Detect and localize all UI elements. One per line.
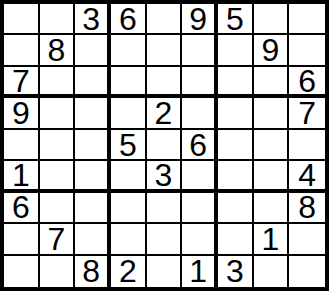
given-digit: 9: [12, 98, 30, 129]
given-digit: 7: [298, 98, 316, 129]
cell-r8c4[interactable]: [111, 224, 147, 255]
given-digit: 7: [48, 224, 66, 255]
cell-r7c8[interactable]: [254, 193, 290, 224]
given-digit: 2: [119, 256, 137, 287]
cell-r3c5[interactable]: [147, 67, 183, 98]
cell-r8c2[interactable]: 7: [40, 224, 76, 255]
given-digit: 8: [82, 256, 100, 287]
cell-r6c6[interactable]: [182, 161, 218, 192]
given-digit: 5: [226, 4, 244, 35]
given-digit: 3: [82, 4, 100, 35]
cell-r4c5[interactable]: 2: [147, 98, 183, 129]
cell-r9c5[interactable]: [147, 256, 183, 287]
cell-r7c2[interactable]: [40, 193, 76, 224]
cell-r5c6[interactable]: 6: [182, 130, 218, 161]
cell-r4c1[interactable]: 9: [4, 98, 40, 129]
cell-r5c5[interactable]: [147, 130, 183, 161]
cell-r3c3[interactable]: [75, 67, 111, 98]
given-digit: 2: [155, 98, 173, 129]
given-digit: 7: [12, 67, 30, 97]
cell-r6c4[interactable]: [111, 161, 147, 192]
cell-r8c8[interactable]: 1: [254, 224, 290, 255]
cell-r9c4[interactable]: 2: [111, 256, 147, 287]
cell-r1c6[interactable]: 9: [182, 4, 218, 35]
given-digit: 3: [155, 161, 173, 191]
cell-r1c3[interactable]: 3: [75, 4, 111, 35]
cell-r7c5[interactable]: [147, 193, 183, 224]
cell-r9c3[interactable]: 8: [75, 256, 111, 287]
given-digit: 1: [189, 256, 207, 287]
cell-r2c5[interactable]: [147, 35, 183, 66]
cell-r7c7[interactable]: [218, 193, 254, 224]
cell-r3c7[interactable]: [218, 67, 254, 98]
cell-r9c9[interactable]: [289, 256, 325, 287]
given-digit: 6: [119, 4, 137, 35]
cell-r8c6[interactable]: [182, 224, 218, 255]
cell-r6c7[interactable]: [218, 161, 254, 192]
given-digit: 8: [298, 193, 316, 224]
cell-r2c4[interactable]: [111, 35, 147, 66]
cell-r2c9[interactable]: [289, 35, 325, 66]
cell-r2c8[interactable]: 9: [254, 35, 290, 66]
cell-r4c2[interactable]: [40, 98, 76, 129]
cell-r2c7[interactable]: [218, 35, 254, 66]
cell-r9c7[interactable]: 3: [218, 256, 254, 287]
given-digit: 6: [189, 130, 207, 161]
cell-r9c6[interactable]: 1: [182, 256, 218, 287]
given-digit: 6: [298, 67, 316, 97]
cell-r6c5[interactable]: 3: [147, 161, 183, 192]
cell-r7c1[interactable]: 6: [4, 193, 40, 224]
given-digit: 1: [262, 224, 280, 255]
cell-r1c1[interactable]: [4, 4, 40, 35]
cell-r3c6[interactable]: [182, 67, 218, 98]
cell-r7c6[interactable]: [182, 193, 218, 224]
cell-r7c9[interactable]: 8: [289, 193, 325, 224]
cell-r1c9[interactable]: [289, 4, 325, 35]
screenshot-stage: 369589769275613468718213: [0, 0, 329, 291]
cell-r1c8[interactable]: [254, 4, 290, 35]
cell-r4c7[interactable]: [218, 98, 254, 129]
cell-r9c8[interactable]: [254, 256, 290, 287]
cell-r5c3[interactable]: [75, 130, 111, 161]
cell-r1c7[interactable]: 5: [218, 4, 254, 35]
cell-r9c1[interactable]: [4, 256, 40, 287]
cell-r8c3[interactable]: [75, 224, 111, 255]
given-digit: 9: [189, 4, 207, 35]
cell-r2c3[interactable]: [75, 35, 111, 66]
cell-r2c6[interactable]: [182, 35, 218, 66]
cell-r3c8[interactable]: [254, 67, 290, 98]
cell-r3c1[interactable]: 7: [4, 67, 40, 98]
cell-r5c8[interactable]: [254, 130, 290, 161]
cell-r8c9[interactable]: [289, 224, 325, 255]
cell-r8c5[interactable]: [147, 224, 183, 255]
cell-r3c4[interactable]: [111, 67, 147, 98]
cell-r4c3[interactable]: [75, 98, 111, 129]
cell-r7c3[interactable]: [75, 193, 111, 224]
cell-r6c8[interactable]: [254, 161, 290, 192]
cell-r7c4[interactable]: [111, 193, 147, 224]
cell-r1c2[interactable]: [40, 4, 76, 35]
given-digit: 9: [262, 35, 280, 66]
cell-r4c8[interactable]: [254, 98, 290, 129]
cell-r5c7[interactable]: [218, 130, 254, 161]
cell-r3c9[interactable]: 6: [289, 67, 325, 98]
given-digit: 5: [119, 130, 137, 161]
cell-r5c2[interactable]: [40, 130, 76, 161]
given-digit: 8: [48, 35, 66, 66]
given-digit: 4: [298, 161, 316, 191]
given-digit: 6: [12, 193, 30, 224]
cell-r4c6[interactable]: [182, 98, 218, 129]
cell-r3c2[interactable]: [40, 67, 76, 98]
given-digit: 1: [12, 161, 30, 191]
cell-r8c7[interactable]: [218, 224, 254, 255]
sudoku-board: 369589769275613468718213: [0, 0, 329, 291]
cell-r6c1[interactable]: 1: [4, 161, 40, 192]
cell-r5c4[interactable]: 5: [111, 130, 147, 161]
cell-r4c4[interactable]: [111, 98, 147, 129]
given-digit: 3: [226, 256, 244, 287]
cell-r6c2[interactable]: [40, 161, 76, 192]
cell-r9c2[interactable]: [40, 256, 76, 287]
cell-r2c1[interactable]: [4, 35, 40, 66]
cell-r8c1[interactable]: [4, 224, 40, 255]
cell-r6c9[interactable]: 4: [289, 161, 325, 192]
cell-r1c4[interactable]: 6: [111, 4, 147, 35]
cell-r5c1[interactable]: [4, 130, 40, 161]
cell-r1c5[interactable]: [147, 4, 183, 35]
cell-r2c2[interactable]: 8: [40, 35, 76, 66]
cell-r6c3[interactable]: [75, 161, 111, 192]
cell-r5c9[interactable]: [289, 130, 325, 161]
cell-r4c9[interactable]: 7: [289, 98, 325, 129]
